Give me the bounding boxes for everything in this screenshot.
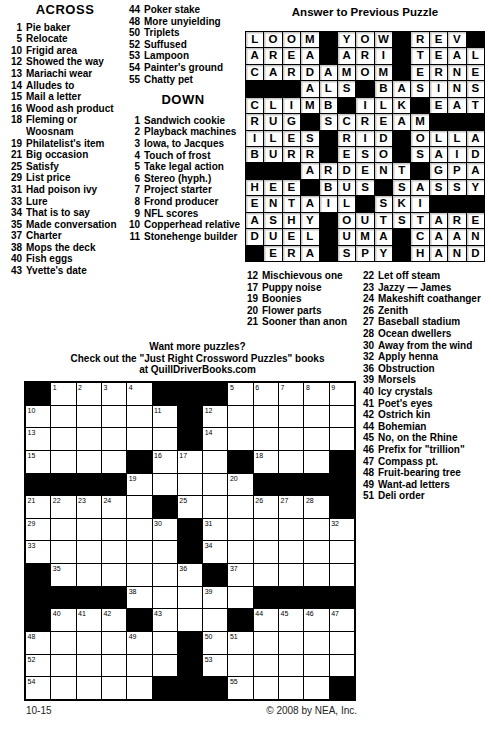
- cell-r14c2[interactable]: [51, 677, 75, 699]
- answer-cell-r3c12: N: [448, 65, 465, 80]
- clue-text: Sooner than anon: [262, 316, 362, 328]
- clue-text: Apply henna: [378, 351, 489, 363]
- clue-down-6: 6Stereo (hyph.): [124, 173, 242, 185]
- cell-r8c12[interactable]: [304, 541, 328, 563]
- cell-r8c2[interactable]: [51, 541, 75, 563]
- cell-r3c11[interactable]: [279, 428, 303, 450]
- cell-r13c8[interactable]: 53: [203, 655, 227, 677]
- clue-number: 33: [6, 196, 26, 208]
- cell-r11c10[interactable]: 44: [254, 609, 278, 631]
- cell-r2c5[interactable]: [127, 406, 151, 428]
- cell-r2c12[interactable]: [304, 406, 328, 428]
- answer-letter: O: [416, 133, 425, 145]
- cell-number: 54: [28, 678, 36, 685]
- answer-letter: R: [287, 248, 295, 260]
- clue-down-20: 20Flower parts: [246, 305, 362, 317]
- cell-r7c8[interactable]: 31: [203, 519, 227, 541]
- answer-cell-r6c11: [430, 114, 447, 129]
- down-clues-column-b: 22Let off steam23Jazzy — James24Makeshif…: [362, 270, 489, 502]
- answer-cell-r3c6: M: [338, 65, 355, 80]
- cell-r6c8[interactable]: [203, 496, 227, 518]
- answer-cell-r2c13: L: [467, 48, 484, 63]
- answer-cell-r2c1: A: [246, 48, 263, 63]
- answer-letter: I: [327, 198, 330, 210]
- answer-letter: A: [306, 83, 314, 95]
- cell-r6c9[interactable]: [228, 496, 252, 518]
- cell-r12c5[interactable]: 49: [127, 632, 151, 654]
- answer-cell-r11c9: K: [393, 196, 410, 211]
- cell-r6c10[interactable]: 26: [254, 496, 278, 518]
- answer-letter: A: [434, 248, 442, 260]
- answer-letter: O: [269, 34, 278, 46]
- cell-number: 36: [179, 565, 187, 572]
- cell-r3c9[interactable]: [228, 428, 252, 450]
- cell-r14c4[interactable]: [102, 677, 126, 699]
- answer-cell-r13c10: C: [411, 229, 428, 244]
- cell-number: 5: [230, 384, 234, 391]
- answer-cell-r14c12: N: [448, 246, 465, 261]
- cell-r1c9[interactable]: 5: [228, 383, 252, 405]
- clue-number: 47: [362, 456, 378, 468]
- answer-cell-r11c13: [467, 196, 484, 211]
- answer-cell-r6c2: U: [264, 114, 281, 129]
- clue-across-13: 13Mariachi wear: [6, 68, 124, 80]
- cell-r10c9[interactable]: [228, 587, 252, 609]
- answer-cell-r5c12: A: [448, 98, 465, 113]
- cell-number: 10: [28, 407, 36, 414]
- puzzle-date: 10-15: [26, 705, 52, 716]
- cell-number: 29: [28, 520, 36, 527]
- cell-r3c12[interactable]: [304, 428, 328, 450]
- answer-letter: A: [379, 231, 387, 243]
- answer-letter: C: [416, 231, 424, 243]
- cell-r9c12[interactable]: [304, 564, 328, 586]
- answer-cell-r4c3: [283, 81, 300, 96]
- cell-r2c1[interactable]: 10: [26, 406, 50, 428]
- cell-r9c13[interactable]: [330, 564, 354, 586]
- cell-r8c8[interactable]: 34: [203, 541, 227, 563]
- cell-r8c4[interactable]: [102, 541, 126, 563]
- cell-r13c5[interactable]: [127, 655, 151, 677]
- clue-down-9: 9NFL scores: [124, 208, 242, 220]
- answer-cell-r9c12: P: [448, 163, 465, 178]
- cell-r12c3[interactable]: [77, 632, 101, 654]
- clue-across-21: 21Big occasion: [6, 149, 124, 161]
- answer-letter: R: [434, 67, 442, 79]
- cell-r6c4[interactable]: 24: [102, 496, 126, 518]
- cell-r10c8[interactable]: 39: [203, 587, 227, 609]
- cell-r2c8[interactable]: 12: [203, 406, 227, 428]
- cell-r4c13: [330, 451, 354, 473]
- cell-r7c3[interactable]: [77, 519, 101, 541]
- cell-r4c5: [127, 451, 151, 473]
- answer-cell-r12c4: Y: [301, 213, 318, 228]
- cell-r2c9[interactable]: [228, 406, 252, 428]
- cell-r5c4: [102, 474, 126, 496]
- cell-r12c2[interactable]: [51, 632, 75, 654]
- answer-cell-r8c6: E: [338, 147, 355, 162]
- answer-cell-r10c9: S: [393, 180, 410, 195]
- cell-number: 6: [255, 384, 259, 391]
- cell-number: 24: [103, 497, 111, 504]
- answer-letter: V: [453, 34, 461, 46]
- cell-r4c2[interactable]: [51, 451, 75, 473]
- cell-r8c10[interactable]: [254, 541, 278, 563]
- clue-text: Let off steam: [378, 270, 489, 282]
- cell-r14c1[interactable]: 54: [26, 677, 50, 699]
- cell-r4c3[interactable]: [77, 451, 101, 473]
- clue-down-3: 3Iowa, to Jacques: [124, 138, 242, 150]
- cell-r13c6[interactable]: [153, 655, 177, 677]
- cell-r6c3[interactable]: 23: [77, 496, 101, 518]
- answer-letter: A: [434, 149, 442, 161]
- answer-cell-r5c6: [338, 98, 355, 113]
- cell-r2c6[interactable]: 11: [153, 406, 177, 428]
- answer-cell-r9c10: [411, 163, 428, 178]
- answer-cell-r1c6: Y: [338, 32, 355, 47]
- cell-r4c6[interactable]: 16: [153, 451, 177, 473]
- cell-r7c7: [178, 519, 202, 541]
- cell-r2c13[interactable]: [330, 406, 354, 428]
- answer-letter: L: [343, 198, 350, 210]
- cell-r3c10[interactable]: [254, 428, 278, 450]
- clue-text: Mail a letter: [26, 91, 124, 103]
- cell-r2c10[interactable]: [254, 406, 278, 428]
- cell-r9c7[interactable]: 36: [178, 564, 202, 586]
- cell-r13c4[interactable]: [102, 655, 126, 677]
- clue-down-47: 47Compass pt.: [362, 456, 489, 468]
- clue-down-36: 36Obstruction: [362, 363, 489, 375]
- cell-r13c12[interactable]: [304, 655, 328, 677]
- cell-r11c2[interactable]: 40: [51, 609, 75, 631]
- answer-cell-r11c2: N: [264, 196, 281, 211]
- clue-down-12: 12Mischievous one: [246, 270, 362, 282]
- clue-text: Baseball stadium: [378, 316, 489, 328]
- clue-number: 50: [124, 27, 144, 39]
- cell-r1c5[interactable]: 4: [127, 383, 151, 405]
- answer-cell-r4c8: B: [375, 81, 392, 96]
- cell-r3c2[interactable]: [51, 428, 75, 450]
- cell-r13c1[interactable]: 52: [26, 655, 50, 677]
- answer-cell-r3c9: [393, 65, 410, 80]
- answer-letter: M: [360, 231, 370, 243]
- cell-r14c9[interactable]: 55: [228, 677, 252, 699]
- cell-r13c9[interactable]: [228, 655, 252, 677]
- cell-r13c11[interactable]: [279, 655, 303, 677]
- clue-text: Stonehenge builder: [144, 231, 242, 243]
- cell-r7c5[interactable]: [127, 519, 151, 541]
- cell-r6c1[interactable]: 21: [26, 496, 50, 518]
- clue-text: Mops the deck: [26, 242, 124, 254]
- cell-r5c9[interactable]: 20: [228, 474, 252, 496]
- clue-text: Suffused: [144, 39, 242, 51]
- cell-r10c11: [279, 587, 303, 609]
- cell-r11c5: [127, 609, 151, 631]
- cell-r4c12[interactable]: [304, 451, 328, 473]
- cell-r9c11[interactable]: [279, 564, 303, 586]
- cell-r9c9[interactable]: 37: [228, 564, 252, 586]
- answer-letter: A: [453, 100, 461, 112]
- answer-letter: B: [324, 100, 332, 112]
- cell-r4c11[interactable]: [279, 451, 303, 473]
- cell-r1c3[interactable]: 2: [77, 383, 101, 405]
- answer-letter: R: [324, 165, 332, 177]
- cell-r4c7[interactable]: 17: [178, 451, 202, 473]
- answer-cell-r11c6: L: [338, 196, 355, 211]
- clue-text: Puppy noise: [262, 282, 362, 294]
- promo-line-3: at QuillDriverBooks.com: [60, 364, 335, 376]
- cell-r14c11[interactable]: [279, 677, 303, 699]
- answer-letter: I: [363, 133, 366, 145]
- cell-r2c4[interactable]: [102, 406, 126, 428]
- answer-cell-r14c9: [393, 246, 410, 261]
- answer-letter: L: [453, 133, 460, 145]
- cell-r9c5[interactable]: [127, 564, 151, 586]
- clue-number: 10: [124, 219, 144, 231]
- cell-r1c2[interactable]: 1: [51, 383, 75, 405]
- answer-letter: K: [398, 100, 406, 112]
- answer-cell-r7c11: L: [430, 131, 447, 146]
- clue-across-25: 25Satisfy: [6, 161, 124, 173]
- answer-letter: Y: [380, 248, 388, 260]
- clue-number: 42: [362, 409, 378, 421]
- cell-r2c11[interactable]: [279, 406, 303, 428]
- clue-text: Lure: [26, 196, 124, 208]
- cell-r4c1[interactable]: 15: [26, 451, 50, 473]
- answer-letter: A: [306, 165, 314, 177]
- cell-r5c13: [330, 474, 354, 496]
- answer-letter: A: [434, 231, 442, 243]
- cell-r12c1[interactable]: 48: [26, 632, 50, 654]
- cell-r1c13[interactable]: 9: [330, 383, 354, 405]
- clue-text: Bohemian: [378, 421, 489, 433]
- answer-letter: R: [453, 215, 461, 227]
- cell-r13c7: [178, 655, 202, 677]
- answer-letter: R: [306, 149, 314, 161]
- cell-r11c3[interactable]: 41: [77, 609, 101, 631]
- cell-r8c7: [178, 541, 202, 563]
- cell-r3c1[interactable]: 13: [26, 428, 50, 450]
- cell-number: 33: [28, 542, 36, 549]
- cell-r3c4[interactable]: [102, 428, 126, 450]
- cell-r3c3[interactable]: [77, 428, 101, 450]
- cell-r12c12[interactable]: [304, 632, 328, 654]
- cell-r4c8[interactable]: [203, 451, 227, 473]
- cell-number: 11: [154, 407, 161, 414]
- answer-letter: O: [361, 34, 370, 46]
- cell-r1c10[interactable]: 6: [254, 383, 278, 405]
- cell-r11c8[interactable]: [203, 609, 227, 631]
- cell-r7c11[interactable]: [279, 519, 303, 541]
- cell-r11c12[interactable]: 46: [304, 609, 328, 631]
- cell-r11c9: [228, 609, 252, 631]
- answer-cell-r14c2: E: [264, 246, 281, 261]
- cell-number: 37: [230, 565, 238, 572]
- clue-down-22: 22Let off steam: [362, 270, 489, 282]
- cell-r3c6[interactable]: [153, 428, 177, 450]
- cell-r13c10[interactable]: [254, 655, 278, 677]
- answer-cell-r7c1: I: [246, 131, 263, 146]
- cell-r3c7: [178, 428, 202, 450]
- cell-r10c5[interactable]: 38: [127, 587, 151, 609]
- answer-letter: L: [325, 83, 332, 95]
- cell-r5c5[interactable]: 19: [127, 474, 151, 496]
- cell-r8c3[interactable]: [77, 541, 101, 563]
- answer-cell-r11c3: T: [283, 196, 300, 211]
- answer-letter: L: [251, 34, 258, 46]
- clue-down-30: 30Away from the wind: [362, 340, 489, 352]
- cell-number: 21: [28, 497, 36, 504]
- cell-r8c13[interactable]: [330, 541, 354, 563]
- answer-cell-r7c2: L: [264, 131, 281, 146]
- answer-letter: I: [363, 100, 366, 112]
- cell-r6c2[interactable]: 22: [51, 496, 75, 518]
- clue-number: 25: [6, 161, 26, 173]
- cell-r1c4[interactable]: 3: [102, 383, 126, 405]
- cell-r7c12[interactable]: [304, 519, 328, 541]
- cell-r14c12[interactable]: [304, 677, 328, 699]
- cell-r8c5[interactable]: [127, 541, 151, 563]
- cell-r3c13[interactable]: [330, 428, 354, 450]
- answer-letter: T: [417, 50, 424, 62]
- answer-letter: S: [416, 83, 424, 95]
- cell-r12c10[interactable]: [254, 632, 278, 654]
- clue-number: 19: [246, 293, 262, 305]
- answer-letter: R: [342, 133, 350, 145]
- answer-letter: S: [324, 116, 332, 128]
- clue-down-24: 24Makeshift coathanger: [362, 293, 489, 305]
- cell-r10c6[interactable]: [153, 587, 177, 609]
- cell-r5c8[interactable]: [203, 474, 227, 496]
- cell-r8c1[interactable]: 33: [26, 541, 50, 563]
- clue-across-50: 50Triplets: [124, 27, 242, 39]
- answer-cell-r6c4: [301, 114, 318, 129]
- cell-r9c3[interactable]: [77, 564, 101, 586]
- cell-r11c7[interactable]: [178, 609, 202, 631]
- answer-letter: S: [343, 248, 351, 260]
- cell-r4c4[interactable]: [102, 451, 126, 473]
- answer-cell-r12c1: A: [246, 213, 263, 228]
- cell-r7c9[interactable]: [228, 519, 252, 541]
- cell-r5c7[interactable]: [178, 474, 202, 496]
- answer-cell-r14c11: A: [430, 246, 447, 261]
- cell-r9c4[interactable]: [102, 564, 126, 586]
- cell-r11c4[interactable]: 42: [102, 609, 126, 631]
- cell-number: 50: [205, 633, 213, 640]
- answer-cell-r4c6: S: [338, 81, 355, 96]
- cell-r11c11[interactable]: 45: [279, 609, 303, 631]
- cell-r9c10[interactable]: [254, 564, 278, 586]
- cell-r10c3: [77, 587, 101, 609]
- cell-r1c7: [178, 383, 202, 405]
- cell-r7c6[interactable]: 30: [153, 519, 177, 541]
- clue-number: 55: [124, 74, 144, 86]
- cell-r6c7[interactable]: 25: [178, 496, 202, 518]
- clue-text: Stereo (hyph.): [144, 173, 242, 185]
- cell-r12c8[interactable]: 50: [203, 632, 227, 654]
- answer-cell-r5c4: M: [301, 98, 318, 113]
- cell-r9c2[interactable]: 35: [51, 564, 75, 586]
- cell-r8c11[interactable]: [279, 541, 303, 563]
- answer-cell-r10c3: E: [283, 180, 300, 195]
- clue-down-49: 49Want-ad letters: [362, 479, 489, 491]
- cell-r5c12: [304, 474, 328, 496]
- clue-text: Poet's eyes: [378, 398, 489, 410]
- answer-cell-r12c8: T: [375, 213, 392, 228]
- cell-r9c6[interactable]: [153, 564, 177, 586]
- cell-r1c12[interactable]: 8: [304, 383, 328, 405]
- cell-r14c10[interactable]: [254, 677, 278, 699]
- answer-cell-r1c13: [467, 32, 484, 47]
- clue-text: Painter's ground: [144, 62, 242, 74]
- cell-r1c11[interactable]: 7: [279, 383, 303, 405]
- clue-number: 27: [362, 316, 378, 328]
- cell-r6c11[interactable]: 27: [279, 496, 303, 518]
- cell-r3c8[interactable]: 14: [203, 428, 227, 450]
- answer-cell-r12c13: E: [467, 213, 484, 228]
- cell-r14c5[interactable]: [127, 677, 151, 699]
- cell-r5c6[interactable]: [153, 474, 177, 496]
- cell-r11c6[interactable]: 43: [153, 609, 177, 631]
- answer-cell-r6c10: M: [411, 114, 428, 129]
- cell-r3c5[interactable]: [127, 428, 151, 450]
- cell-r7c4[interactable]: [102, 519, 126, 541]
- cell-r14c3[interactable]: [77, 677, 101, 699]
- cell-r6c12[interactable]: 28: [304, 496, 328, 518]
- cell-r13c3[interactable]: [77, 655, 101, 677]
- cell-r12c9[interactable]: 51: [228, 632, 252, 654]
- cell-r4c10[interactable]: 18: [254, 451, 278, 473]
- cell-r12c13[interactable]: [330, 632, 354, 654]
- cell-r8c9[interactable]: [228, 541, 252, 563]
- cell-r7c10[interactable]: [254, 519, 278, 541]
- cell-r2c2[interactable]: [51, 406, 75, 428]
- clue-number: 40: [6, 253, 26, 265]
- clue-across-40: 40Fish eggs: [6, 253, 124, 265]
- answer-cell-r10c10: A: [411, 180, 428, 195]
- cell-r7c2[interactable]: [51, 519, 75, 541]
- cell-r12c11[interactable]: [279, 632, 303, 654]
- cell-r12c4[interactable]: [102, 632, 126, 654]
- answer-cell-r1c8: W: [375, 32, 392, 47]
- clue-down-21: 21Sooner than anon: [246, 316, 362, 328]
- cell-r6c5[interactable]: [127, 496, 151, 518]
- answer-cell-r13c8: A: [375, 229, 392, 244]
- answer-cell-r10c13: Y: [467, 180, 484, 195]
- cell-r7c1[interactable]: 29: [26, 519, 50, 541]
- answer-cell-r7c12: L: [448, 131, 465, 146]
- clue-number: 44: [362, 421, 378, 433]
- cell-r10c7[interactable]: [178, 587, 202, 609]
- cell-r12c6[interactable]: [153, 632, 177, 654]
- answer-cell-r9c13: A: [467, 163, 484, 178]
- cell-r13c2[interactable]: [51, 655, 75, 677]
- cell-r7c13[interactable]: 32: [330, 519, 354, 541]
- cell-r13c13[interactable]: [330, 655, 354, 677]
- answer-cell-r1c5: [320, 32, 337, 47]
- cell-r8c6[interactable]: [153, 541, 177, 563]
- answer-cell-r14c3: R: [283, 246, 300, 261]
- cell-r11c13[interactable]: 47: [330, 609, 354, 631]
- answer-letter: O: [287, 34, 296, 46]
- cell-r2c3[interactable]: [77, 406, 101, 428]
- cell-number: 15: [28, 452, 36, 459]
- answer-cell-r13c4: L: [301, 229, 318, 244]
- middle-clues-column: 44Poker stake48More unyielding50Triplets…: [124, 4, 242, 242]
- answer-letter: R: [251, 116, 259, 128]
- answer-cell-r3c11: R: [430, 65, 447, 80]
- clue-number: 4: [124, 150, 144, 162]
